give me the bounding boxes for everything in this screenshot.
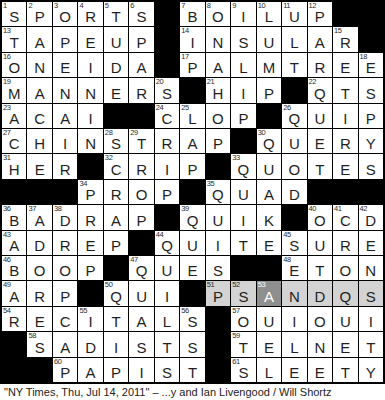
cell-letter: P (359, 111, 383, 127)
cell-letter: E (359, 60, 383, 76)
letter-cell[interactable]: O (53, 256, 77, 280)
puzzle-title: "NY Times, Thu, Jul 14, 2011" – ...y and… (4, 386, 385, 398)
letter-cell[interactable]: R (333, 231, 357, 255)
letter-cell[interactable]: U (257, 154, 281, 178)
cell-letter: T (129, 136, 153, 152)
letter-cell[interactable]: 39Q (180, 205, 204, 229)
letter-cell[interactable]: 41C (333, 205, 357, 229)
letter-cell[interactable]: 52S (231, 281, 255, 305)
letter-cell[interactable]: O (282, 154, 306, 178)
cell-letter: I (231, 9, 255, 25)
letter-cell[interactable]: 36B (2, 205, 26, 229)
letter-cell[interactable]: 47Q (129, 256, 153, 280)
letter-cell[interactable]: P (129, 27, 153, 51)
letter-cell[interactable]: S (206, 256, 230, 280)
letter-cell[interactable]: Y (359, 129, 383, 153)
letter-cell[interactable]: 2P (27, 2, 51, 26)
letter-cell[interactable]: U (104, 27, 128, 51)
letter-cell[interactable]: 50Q (104, 281, 128, 305)
letter-cell[interactable]: A (27, 78, 51, 102)
letter-cell[interactable]: R (129, 78, 153, 102)
letter-cell[interactable]: R (53, 231, 77, 255)
cell-letter: O (282, 162, 306, 178)
letter-cell[interactable]: U (308, 231, 332, 255)
letter-cell[interactable]: 23A (2, 104, 26, 128)
cell-letter: H (206, 86, 230, 102)
letter-cell[interactable]: N (78, 129, 102, 153)
cell-letter: E (308, 136, 332, 152)
letter-cell[interactable]: I (78, 104, 102, 128)
letter-cell[interactable]: S (359, 281, 383, 305)
letter-cell[interactable]: 31H (2, 154, 26, 178)
cell-letter: A (180, 136, 204, 152)
letter-cell[interactable]: U (257, 307, 281, 331)
letter-cell[interactable]: N (78, 78, 102, 102)
letter-cell[interactable]: P (155, 180, 179, 204)
letter-cell[interactable]: C (53, 307, 77, 331)
block-cell (78, 281, 102, 305)
cell-letter: Y (359, 365, 383, 381)
letter-cell[interactable]: 58S (27, 332, 51, 356)
crossword-app: 1S2P3O4R5T6S7B8O9I10L11U12P13TAPEUP14INS… (0, 0, 385, 400)
cell-letter: R (78, 9, 102, 25)
cell-letter: E (104, 86, 128, 102)
cell-letter: T (308, 263, 332, 279)
letter-cell[interactable]: A (104, 205, 128, 229)
letter-cell[interactable]: O (308, 307, 332, 331)
letter-cell[interactable]: O (129, 180, 153, 204)
letter-cell[interactable]: E (333, 154, 357, 178)
cell-letter: N (27, 60, 51, 76)
letter-cell[interactable]: I (333, 104, 357, 128)
letter-cell[interactable]: I (53, 129, 77, 153)
cell-letter: H (2, 162, 26, 178)
letter-cell[interactable]: P (231, 104, 255, 128)
cell-letter: S (206, 263, 230, 279)
cell-letter: I (78, 314, 102, 330)
letter-cell[interactable]: R (27, 281, 51, 305)
letter-cell[interactable]: 56S (180, 307, 204, 331)
letter-cell[interactable]: A (308, 27, 332, 51)
letter-cell[interactable]: 28S (104, 129, 128, 153)
letter-cell[interactable]: A (257, 180, 281, 204)
letter-cell[interactable]: 44Q (155, 231, 179, 255)
cell-letter: A (257, 289, 281, 305)
cell-letter: D (53, 213, 77, 229)
letter-cell[interactable]: Y (359, 358, 383, 382)
letter-cell[interactable]: E (27, 154, 51, 178)
cell-letter: Q (257, 136, 281, 152)
letter-cell[interactable]: R (155, 129, 179, 153)
cell-letter: E (27, 314, 51, 330)
letter-cell[interactable]: T (308, 256, 332, 280)
letter-cell[interactable]: E (359, 231, 383, 255)
letter-cell[interactable]: 13T (2, 27, 26, 51)
letter-cell[interactable]: 19M (2, 78, 26, 102)
cell-letter: T (180, 365, 204, 381)
letter-cell[interactable]: E (257, 332, 281, 356)
letter-cell[interactable]: S (359, 78, 383, 102)
letter-cell[interactable]: 57O (231, 307, 255, 331)
cell-letter: L (282, 340, 306, 356)
cell-letter: O (308, 314, 332, 330)
cell-letter: K (257, 213, 281, 229)
letter-cell[interactable]: 29T (129, 129, 153, 153)
letter-cell[interactable]: L (155, 307, 179, 331)
cell-letter: R (78, 213, 102, 229)
letter-cell[interactable]: E (333, 332, 357, 356)
letter-cell[interactable]: E (333, 53, 357, 77)
cell-letter: D (27, 238, 51, 254)
letter-cell[interactable]: 3O (53, 2, 77, 26)
letter-cell[interactable]: 21H (206, 78, 230, 102)
letter-cell[interactable]: 38D (53, 205, 77, 229)
cell-letter: R (104, 187, 128, 203)
block-cell (206, 154, 230, 178)
cell-letter: P (180, 60, 204, 76)
cell-letter: N (359, 263, 383, 279)
selected-cell[interactable]: 53A (257, 281, 281, 305)
cell-letter: I (78, 111, 102, 127)
cell-letter: T (231, 340, 255, 356)
cell-letter: I (53, 136, 77, 152)
letter-cell[interactable]: S (231, 27, 255, 51)
letter-cell[interactable]: 4R (78, 2, 102, 26)
letter-cell[interactable]: 46B (2, 256, 26, 280)
letter-cell[interactable]: R (104, 180, 128, 204)
letter-cell[interactable]: I (282, 307, 306, 331)
cell-letter: Q (308, 86, 332, 102)
letter-cell[interactable]: E (308, 129, 332, 153)
cell-letter: R (53, 162, 77, 178)
letter-cell[interactable]: S (155, 358, 179, 382)
letter-cell[interactable]: U (155, 256, 179, 280)
letter-cell[interactable]: T (333, 78, 357, 102)
letter-cell[interactable]: U (180, 231, 204, 255)
letter-cell[interactable]: T (180, 358, 204, 382)
cell-letter: C (104, 162, 128, 178)
cell-letter: S (231, 289, 255, 305)
letter-cell[interactable]: 22Q (308, 78, 332, 102)
cell-letter: E (78, 35, 102, 51)
letter-cell[interactable]: 1S (2, 2, 26, 26)
letter-cell[interactable]: A (53, 104, 77, 128)
letter-cell[interactable]: 12P (308, 2, 332, 26)
letter-cell[interactable]: I (129, 358, 153, 382)
cell-letter: R (333, 136, 357, 152)
cell-letter: U (155, 263, 179, 279)
letter-cell[interactable]: D (308, 281, 332, 305)
cell-letter: N (53, 86, 77, 102)
cell-letter: P (206, 289, 230, 305)
cell-letter: I (104, 340, 128, 356)
cell-letter: I (359, 314, 383, 330)
letter-cell[interactable]: N (282, 281, 306, 305)
letter-cell[interactable]: 18E (359, 53, 383, 77)
cell-letter: I (155, 289, 179, 305)
letter-cell[interactable]: U (231, 180, 255, 204)
letter-cell[interactable]: S (129, 332, 153, 356)
letter-cell[interactable]: R (129, 154, 153, 178)
cell-letter: T (333, 365, 357, 381)
letter-cell[interactable]: P (53, 27, 77, 51)
block-cell (359, 2, 383, 26)
letter-cell[interactable]: E (308, 358, 332, 382)
letter-cell[interactable]: 7B (180, 2, 204, 26)
cell-letter: A (2, 289, 26, 305)
letter-cell[interactable]: I (155, 154, 179, 178)
letter-cell[interactable]: A (129, 307, 153, 331)
cell-letter: P (78, 187, 102, 203)
letter-cell[interactable]: R (308, 53, 332, 77)
letter-cell[interactable]: 35Q (206, 180, 230, 204)
letter-cell[interactable]: 55I (78, 307, 102, 331)
cell-letter: D (282, 187, 306, 203)
letter-cell[interactable]: A (78, 358, 102, 382)
letter-cell[interactable]: T (231, 231, 255, 255)
letter-cell[interactable]: T (308, 154, 332, 178)
letter-cell[interactable]: 20S (155, 78, 179, 102)
letter-cell[interactable]: 33Q (231, 154, 255, 178)
letter-cell[interactable]: Q (333, 281, 357, 305)
letter-cell[interactable]: D (104, 53, 128, 77)
cell-letter: P (53, 365, 77, 381)
cell-letter: A (104, 213, 128, 229)
letter-cell[interactable]: L (231, 53, 255, 77)
letter-cell[interactable]: E (78, 27, 102, 51)
letter-cell[interactable]: A (206, 53, 230, 77)
cell-letter: E (308, 365, 332, 381)
cell-letter: S (359, 86, 383, 102)
block-cell (180, 78, 204, 102)
letter-cell[interactable]: A (27, 27, 51, 51)
letter-cell[interactable]: E (257, 231, 281, 255)
letter-cell[interactable]: U (129, 281, 153, 305)
cell-letter: R (333, 35, 357, 51)
letter-cell[interactable]: E (27, 307, 51, 331)
crossword-grid: 1S2P3O4R5T6S7B8O9I10L11U12P13TAPEUP14INS… (0, 0, 385, 384)
letter-cell[interactable]: 60P (53, 358, 77, 382)
letter-cell[interactable]: T (282, 53, 306, 77)
cell-letter: C (2, 136, 26, 152)
letter-cell[interactable]: K (257, 205, 281, 229)
cell-letter: N (78, 86, 102, 102)
letter-cell[interactable]: P (78, 256, 102, 280)
block-cell (27, 358, 51, 382)
cell-letter: P (308, 9, 332, 25)
cell-letter: I (78, 60, 102, 76)
cell-letter: T (155, 340, 179, 356)
letter-cell[interactable]: O (333, 256, 357, 280)
letter-cell[interactable]: P (206, 129, 230, 153)
letter-cell[interactable]: 45S (282, 231, 306, 255)
letter-cell[interactable]: I (359, 307, 383, 331)
letter-cell[interactable]: S (180, 332, 204, 356)
letter-cell[interactable]: E (104, 78, 128, 102)
letter-cell[interactable]: 24C (155, 104, 179, 128)
block-cell (155, 2, 179, 26)
letter-cell[interactable]: U (206, 205, 230, 229)
block-cell (155, 53, 179, 77)
letter-cell[interactable]: O (27, 256, 51, 280)
letter-cell[interactable]: 30Q (257, 129, 281, 153)
cell-letter: L (180, 111, 204, 127)
cell-letter: R (53, 238, 77, 254)
letter-cell[interactable]: 11U (282, 2, 306, 26)
letter-cell[interactable]: I (231, 205, 255, 229)
block-cell (257, 256, 281, 280)
letter-cell[interactable]: 25L (180, 104, 204, 128)
letter-cell[interactable]: N (206, 27, 230, 51)
block-cell (78, 154, 102, 178)
letter-cell[interactable]: T (104, 307, 128, 331)
letter-cell[interactable]: L (257, 358, 281, 382)
cell-letter: P (206, 136, 230, 152)
letter-cell[interactable]: T (155, 332, 179, 356)
cell-letter: U (257, 162, 281, 178)
letter-cell[interactable]: 54R (2, 307, 26, 331)
letter-cell[interactable]: E (282, 358, 306, 382)
letter-cell[interactable]: P (359, 104, 383, 128)
letter-cell[interactable]: A (53, 332, 77, 356)
letter-cell[interactable]: 27C (2, 129, 26, 153)
cell-letter: B (180, 9, 204, 25)
letter-cell[interactable]: 10L (257, 2, 281, 26)
letter-cell[interactable]: R (78, 205, 102, 229)
letter-cell[interactable]: E (180, 256, 204, 280)
block-cell (257, 104, 281, 128)
cell-letter: E (282, 263, 306, 279)
letter-cell[interactable]: T (359, 332, 383, 356)
letter-cell[interactable]: 59T (231, 332, 255, 356)
letter-cell[interactable]: 8O (206, 2, 230, 26)
letter-cell[interactable]: 26Q (282, 104, 306, 128)
letter-cell[interactable]: P (53, 281, 77, 305)
letter-cell[interactable]: L (282, 332, 306, 356)
letter-cell[interactable]: P (257, 78, 281, 102)
letter-cell[interactable]: P (129, 205, 153, 229)
cell-letter: A (2, 238, 26, 254)
letter-cell[interactable]: 9I (231, 2, 255, 26)
letter-cell[interactable]: N (308, 332, 332, 356)
letter-cell[interactable]: 14I (180, 27, 204, 51)
letter-cell[interactable]: R (53, 154, 77, 178)
block-cell (359, 27, 383, 51)
block-cell (104, 104, 128, 128)
cell-letter: I (129, 365, 153, 381)
letter-cell[interactable]: I (78, 53, 102, 77)
cell-letter: S (104, 136, 128, 152)
cell-letter: H (27, 136, 51, 152)
cell-letter: Q (104, 289, 128, 305)
letter-cell[interactable]: U (333, 307, 357, 331)
letter-cell[interactable]: 51P (206, 281, 230, 305)
cell-letter: P (78, 263, 102, 279)
letter-cell[interactable]: A (180, 129, 204, 153)
letter-cell[interactable]: 34P (78, 180, 102, 204)
cell-letter: T (2, 35, 26, 51)
letter-cell[interactable]: E (78, 231, 102, 255)
letter-cell[interactable]: U (308, 104, 332, 128)
letter-cell[interactable]: 61S (231, 358, 255, 382)
letter-cell[interactable]: D (282, 180, 306, 204)
letter-cell[interactable]: I (231, 78, 255, 102)
cell-letter: C (155, 111, 179, 127)
letter-cell[interactable]: I (104, 332, 128, 356)
letter-cell[interactable]: U (257, 27, 281, 51)
cell-letter: S (2, 9, 26, 25)
letter-cell[interactable]: 6S (129, 2, 153, 26)
letter-cell[interactable]: 43A (2, 231, 26, 255)
cell-letter: D (359, 213, 383, 229)
cell-letter: E (333, 162, 357, 178)
cell-letter: P (257, 86, 281, 102)
letter-cell[interactable]: 42D (359, 205, 383, 229)
letter-cell[interactable]: I (206, 231, 230, 255)
cell-letter: I (206, 238, 230, 254)
letter-cell[interactable]: 16O (2, 53, 26, 77)
letter-cell[interactable]: T (333, 358, 357, 382)
letter-cell[interactable]: 48E (282, 256, 306, 280)
cell-letter: O (53, 9, 77, 25)
cell-letter: P (180, 162, 204, 178)
letter-cell[interactable]: E (53, 53, 77, 77)
letter-cell[interactable]: P (180, 154, 204, 178)
letter-cell[interactable]: P (104, 358, 128, 382)
letter-cell[interactable]: M (257, 53, 281, 77)
letter-cell[interactable]: R (333, 129, 357, 153)
cell-letter: U (104, 35, 128, 51)
cell-letter: U (308, 111, 332, 127)
letter-cell[interactable]: N (53, 78, 77, 102)
block-cell (2, 180, 26, 204)
cell-letter: A (78, 365, 102, 381)
letter-cell[interactable]: 15R (333, 27, 357, 51)
letter-cell[interactable]: N (27, 53, 51, 77)
cell-letter: U (180, 238, 204, 254)
letter-cell[interactable]: 17P (180, 53, 204, 77)
cell-letter: Q (231, 162, 255, 178)
letter-cell[interactable]: A (129, 53, 153, 77)
letter-cell[interactable]: I (155, 281, 179, 305)
letter-cell[interactable]: O (206, 104, 230, 128)
letter-cell[interactable]: L (282, 27, 306, 51)
letter-cell[interactable]: N (359, 256, 383, 280)
cell-letter: C (27, 111, 51, 127)
block-cell (206, 358, 230, 382)
letter-cell[interactable]: H (27, 129, 51, 153)
letter-cell[interactable]: D (27, 231, 51, 255)
letter-cell[interactable]: 37A (27, 205, 51, 229)
cell-letter: N (78, 136, 102, 152)
letter-cell[interactable]: P (104, 231, 128, 255)
letter-cell[interactable]: 32C (104, 154, 128, 178)
letter-cell[interactable]: 49A (2, 281, 26, 305)
letter-cell[interactable]: U (282, 129, 306, 153)
cell-letter: S (180, 314, 204, 330)
letter-cell[interactable]: S (359, 154, 383, 178)
cell-letter: M (2, 86, 26, 102)
letter-cell[interactable]: 40O (308, 205, 332, 229)
cell-letter: S (27, 340, 51, 356)
letter-cell[interactable]: D (78, 332, 102, 356)
cell-letter: O (308, 213, 332, 229)
letter-cell[interactable]: C (27, 104, 51, 128)
cell-letter: P (155, 187, 179, 203)
letter-cell[interactable]: 5T (104, 2, 128, 26)
cell-letter: L (231, 60, 255, 76)
cell-letter: L (155, 314, 179, 330)
